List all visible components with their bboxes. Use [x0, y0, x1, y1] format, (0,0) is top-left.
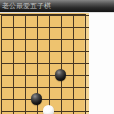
board-cell[interactable] [1, 51, 13, 63]
board-cell[interactable] [25, 111, 37, 114]
board-cell[interactable] [37, 15, 49, 27]
board-cell[interactable] [49, 27, 61, 39]
board-cell[interactable] [37, 63, 49, 75]
board-cell[interactable] [73, 63, 85, 75]
board-cell[interactable] [37, 51, 49, 63]
board-cell[interactable] [61, 99, 73, 111]
board-cell[interactable] [49, 87, 61, 99]
board-cell[interactable] [1, 27, 13, 39]
board-cell[interactable] [37, 39, 49, 51]
board-cell[interactable] [61, 15, 73, 27]
board-cell[interactable] [1, 111, 13, 114]
board-cell[interactable] [25, 51, 37, 63]
title-bar: 老公最爱五子棋 [0, 0, 114, 13]
side-panel [89, 13, 114, 114]
board-cell[interactable] [1, 87, 13, 99]
board-cell[interactable] [73, 15, 85, 27]
board-cell[interactable] [73, 39, 85, 51]
board-cell[interactable] [73, 111, 85, 114]
white-stone [43, 105, 55, 114]
gomoku-board[interactable] [0, 13, 89, 114]
board-cell[interactable] [37, 75, 49, 87]
board-cell[interactable] [1, 75, 13, 87]
board-cell[interactable] [13, 63, 25, 75]
board-cell[interactable] [1, 63, 13, 75]
board-cell[interactable] [73, 27, 85, 39]
app-screen: 老公最爱五子棋 [0, 0, 114, 114]
board-cell[interactable] [13, 99, 25, 111]
board-cell[interactable] [25, 75, 37, 87]
board-cell[interactable] [61, 51, 73, 63]
board-cell[interactable] [73, 99, 85, 111]
board-cell[interactable] [73, 87, 85, 99]
app-title: 老公最爱五子棋 [2, 2, 51, 11]
board-cell[interactable] [1, 99, 13, 111]
board-cell[interactable] [25, 15, 37, 27]
board-cell[interactable] [37, 27, 49, 39]
board-cell[interactable] [73, 51, 85, 63]
board-grid [1, 15, 90, 114]
board-cell[interactable] [61, 39, 73, 51]
board-cell[interactable] [49, 51, 61, 63]
board-cell[interactable] [1, 39, 13, 51]
board-cell[interactable] [13, 39, 25, 51]
board-cell[interactable] [61, 87, 73, 99]
black-stone [55, 69, 67, 81]
board-cell[interactable] [49, 39, 61, 51]
board-cell[interactable] [13, 15, 25, 27]
board-cell[interactable] [13, 75, 25, 87]
board-cell[interactable] [25, 39, 37, 51]
board-cell[interactable] [13, 111, 25, 114]
board-cell[interactable] [25, 27, 37, 39]
board-cell[interactable] [13, 51, 25, 63]
board-cell[interactable] [25, 63, 37, 75]
board-cell[interactable] [1, 15, 13, 27]
board-cell[interactable] [13, 87, 25, 99]
board-cell[interactable] [73, 75, 85, 87]
board-cell[interactable] [61, 111, 73, 114]
board-cell[interactable] [61, 27, 73, 39]
board-cell[interactable] [13, 27, 25, 39]
board-cell[interactable] [49, 15, 61, 27]
black-stone [31, 93, 43, 105]
